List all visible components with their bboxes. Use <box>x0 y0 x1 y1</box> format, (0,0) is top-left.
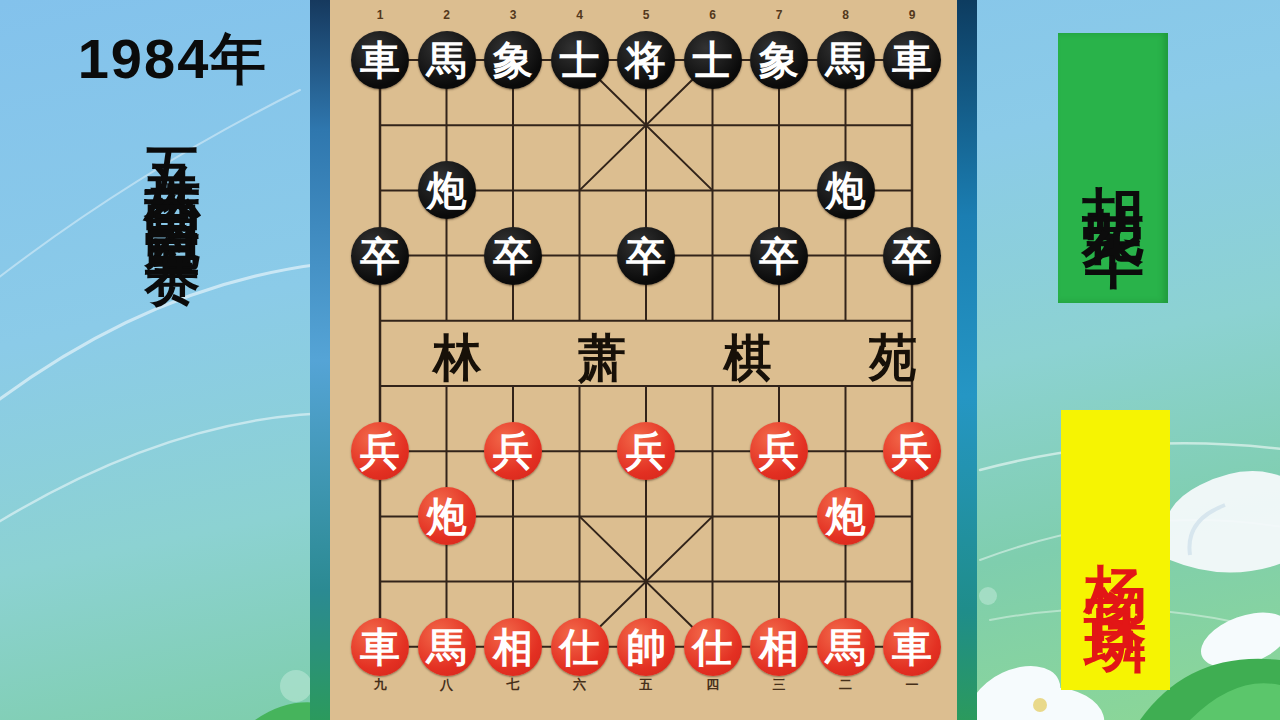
piece-red[interactable]: 相 <box>484 618 542 676</box>
board-cell-5-2[interactable] <box>480 353 547 418</box>
board-cell-0-4[interactable]: 将 <box>613 27 680 92</box>
board-cell-5-6[interactable] <box>746 353 813 418</box>
file-number-top-5: 5 <box>613 8 680 22</box>
board-cell-8-6[interactable] <box>746 549 813 614</box>
event-year: 1984年 <box>78 22 269 98</box>
board-cell-4-5[interactable] <box>679 288 746 353</box>
board-cell-8-0[interactable] <box>347 549 414 614</box>
piece-red[interactable]: 車 <box>351 618 409 676</box>
board-cell-9-4[interactable]: 帥 <box>613 614 680 679</box>
board-cell-0-8[interactable]: 車 <box>879 27 946 92</box>
cloud-decoration <box>1164 471 1280 572</box>
board-cell-4-7[interactable] <box>812 288 879 353</box>
file-numbers-bottom: 九八七六五四三二一 <box>347 676 946 694</box>
file-number-top-8: 8 <box>812 8 879 22</box>
board-frame-left <box>310 0 330 720</box>
board-cell-0-2[interactable]: 象 <box>480 27 547 92</box>
board-cell-1-6[interactable] <box>746 93 813 158</box>
piece-black[interactable]: 卒 <box>351 227 409 285</box>
board-cell-0-3[interactable]: 士 <box>546 27 613 92</box>
stage: 1984年 五羊杯全国冠军赛 <box>0 0 1280 720</box>
board-cell-3-6[interactable]: 卒 <box>746 223 813 288</box>
file-numbers-top: 123456789 <box>347 8 946 22</box>
board-cell-4-8[interactable] <box>879 288 946 353</box>
board-cell-8-5[interactable] <box>679 549 746 614</box>
board-cell-0-0[interactable]: 車 <box>347 27 414 92</box>
board-cell-5-7[interactable] <box>812 353 879 418</box>
board-cell-2-3[interactable] <box>546 158 613 223</box>
piece-black[interactable]: 将 <box>617 31 675 89</box>
board-grid: 車馬象士将士象馬車炮炮卒卒卒卒卒兵兵兵兵兵炮炮車馬相仕帥仕相馬車 <box>347 27 946 679</box>
event-title: 1984年 五羊杯全国冠军赛 <box>48 22 298 684</box>
board-cell-2-2[interactable] <box>480 158 547 223</box>
board-cell-7-1[interactable]: 炮 <box>413 484 480 549</box>
file-number-top-3: 3 <box>480 8 547 22</box>
board-cell-8-2[interactable] <box>480 549 547 614</box>
file-number-bottom-4: 六 <box>546 676 613 694</box>
board-cell-1-0[interactable] <box>347 93 414 158</box>
board-cell-3-4[interactable]: 卒 <box>613 223 680 288</box>
board-cell-7-8[interactable] <box>879 484 946 549</box>
piece-black[interactable]: 卒 <box>883 227 941 285</box>
board-cell-7-5[interactable] <box>679 484 746 549</box>
board-frame-right <box>957 0 977 720</box>
file-number-bottom-3: 七 <box>480 676 547 694</box>
piece-black[interactable]: 車 <box>351 31 409 89</box>
piece-red[interactable]: 炮 <box>817 487 875 545</box>
board-cell-9-6[interactable]: 相 <box>746 614 813 679</box>
piece-black[interactable]: 車 <box>883 31 941 89</box>
board-cell-9-0[interactable]: 車 <box>347 614 414 679</box>
board-cell-9-2[interactable]: 相 <box>480 614 547 679</box>
board-cell-3-1[interactable] <box>413 223 480 288</box>
board-cell-4-3[interactable] <box>546 288 613 353</box>
file-number-top-7: 7 <box>746 8 813 22</box>
player-name-top: 胡荣华 <box>1082 135 1144 201</box>
board-cell-8-1[interactable] <box>413 549 480 614</box>
player-name-bottom: 杨官璘 <box>1085 514 1147 586</box>
board-cell-8-8[interactable] <box>879 549 946 614</box>
board-cell-9-7[interactable]: 馬 <box>812 614 879 679</box>
board-cell-4-1[interactable] <box>413 288 480 353</box>
board-cell-3-7[interactable] <box>812 223 879 288</box>
board-cell-2-1[interactable]: 炮 <box>413 158 480 223</box>
file-number-bottom-6: 四 <box>679 676 746 694</box>
board-cell-9-5[interactable]: 仕 <box>679 614 746 679</box>
xiangqi-board: 123456789 林萧棋苑 車馬象士将士象馬車炮炮卒卒卒卒卒兵兵兵兵兵炮炮車馬… <box>310 0 977 720</box>
piece-black[interactable]: 卒 <box>617 227 675 285</box>
piece-black[interactable]: 士 <box>551 31 609 89</box>
player-label-bottom: 杨官璘 <box>1061 410 1170 690</box>
piece-red[interactable]: 兵 <box>617 422 675 480</box>
board-cell-3-8[interactable]: 卒 <box>879 223 946 288</box>
board-cell-6-5[interactable] <box>679 419 746 484</box>
board-cell-4-6[interactable] <box>746 288 813 353</box>
file-number-bottom-2: 八 <box>413 676 480 694</box>
board-cell-7-3[interactable] <box>546 484 613 549</box>
board-cell-2-0[interactable] <box>347 158 414 223</box>
file-number-bottom-1: 九 <box>347 676 414 694</box>
board-cell-2-8[interactable] <box>879 158 946 223</box>
file-number-top-2: 2 <box>413 8 480 22</box>
file-number-top-9: 9 <box>879 8 946 22</box>
board-cell-6-7[interactable] <box>812 419 879 484</box>
board-cell-5-8[interactable] <box>879 353 946 418</box>
board-cell-2-7[interactable]: 炮 <box>812 158 879 223</box>
board-cell-7-6[interactable] <box>746 484 813 549</box>
board-cell-1-5[interactable] <box>679 93 746 158</box>
board-cell-9-3[interactable]: 仕 <box>546 614 613 679</box>
board-cell-7-0[interactable] <box>347 484 414 549</box>
board-cell-1-4[interactable] <box>613 93 680 158</box>
piece-black[interactable]: 馬 <box>418 31 476 89</box>
board-cell-1-3[interactable] <box>546 93 613 158</box>
piece-red[interactable]: 車 <box>883 618 941 676</box>
event-name-vertical: 五羊杯全国冠军赛 <box>142 104 204 684</box>
board-cell-3-5[interactable] <box>679 223 746 288</box>
file-number-top-6: 6 <box>679 8 746 22</box>
board-cell-0-6[interactable]: 象 <box>746 27 813 92</box>
file-number-bottom-5: 五 <box>613 676 680 694</box>
board-cell-2-5[interactable] <box>679 158 746 223</box>
piece-red[interactable]: 兵 <box>484 422 542 480</box>
file-number-bottom-9: 一 <box>879 676 946 694</box>
piece-red[interactable]: 炮 <box>418 487 476 545</box>
piece-black[interactable]: 炮 <box>817 161 875 219</box>
player-label-top: 胡荣华 <box>1058 33 1168 303</box>
piece-red[interactable]: 馬 <box>817 618 875 676</box>
piece-red[interactable]: 兵 <box>351 422 409 480</box>
board-cell-1-8[interactable] <box>879 93 946 158</box>
piece-red[interactable]: 兵 <box>883 422 941 480</box>
board-cell-2-6[interactable] <box>746 158 813 223</box>
board-cell-0-5[interactable]: 士 <box>679 27 746 92</box>
board-cell-7-7[interactable]: 炮 <box>812 484 879 549</box>
piece-red[interactable]: 仕 <box>551 618 609 676</box>
file-number-top-1: 1 <box>347 8 414 22</box>
board-cell-4-0[interactable] <box>347 288 414 353</box>
board-cell-9-1[interactable]: 馬 <box>413 614 480 679</box>
board-cell-1-2[interactable] <box>480 93 547 158</box>
piece-black[interactable]: 馬 <box>817 31 875 89</box>
piece-red[interactable]: 相 <box>750 618 808 676</box>
piece-black[interactable]: 士 <box>684 31 742 89</box>
piece-black[interactable]: 象 <box>484 31 542 89</box>
board-cell-8-7[interactable] <box>812 549 879 614</box>
piece-black[interactable]: 象 <box>750 31 808 89</box>
board-cell-2-4[interactable] <box>613 158 680 223</box>
file-number-bottom-7: 三 <box>746 676 813 694</box>
board-cell-5-4[interactable] <box>613 353 680 418</box>
board-cell-9-8[interactable]: 車 <box>879 614 946 679</box>
piece-red[interactable]: 仕 <box>684 618 742 676</box>
board-cell-6-8[interactable]: 兵 <box>879 419 946 484</box>
board-cell-8-4[interactable] <box>613 549 680 614</box>
piece-black[interactable]: 炮 <box>418 161 476 219</box>
board-cell-5-5[interactable] <box>679 353 746 418</box>
piece-black[interactable]: 卒 <box>484 227 542 285</box>
board-cell-6-4[interactable]: 兵 <box>613 419 680 484</box>
board-cell-6-6[interactable]: 兵 <box>746 419 813 484</box>
board-cell-3-0[interactable]: 卒 <box>347 223 414 288</box>
board-cell-4-4[interactable] <box>613 288 680 353</box>
board-cell-6-2[interactable]: 兵 <box>480 419 547 484</box>
board-cell-1-1[interactable] <box>413 93 480 158</box>
board-cell-8-3[interactable] <box>546 549 613 614</box>
file-number-bottom-8: 二 <box>812 676 879 694</box>
board-cell-4-2[interactable] <box>480 288 547 353</box>
board-cell-3-3[interactable] <box>546 223 613 288</box>
piece-red[interactable]: 帥 <box>617 618 675 676</box>
board-cell-6-0[interactable]: 兵 <box>347 419 414 484</box>
board-cell-0-1[interactable]: 馬 <box>413 27 480 92</box>
piece-red[interactable]: 兵 <box>750 422 808 480</box>
board-cell-0-7[interactable]: 馬 <box>812 27 879 92</box>
board-cell-6-3[interactable] <box>546 419 613 484</box>
board-cell-5-3[interactable] <box>546 353 613 418</box>
board-cell-3-2[interactable]: 卒 <box>480 223 547 288</box>
piece-red[interactable]: 馬 <box>418 618 476 676</box>
board-cell-7-2[interactable] <box>480 484 547 549</box>
board-surface: 123456789 林萧棋苑 車馬象士将士象馬車炮炮卒卒卒卒卒兵兵兵兵兵炮炮車馬… <box>330 0 957 720</box>
file-number-top-4: 4 <box>546 8 613 22</box>
board-cell-5-1[interactable] <box>413 353 480 418</box>
board-cell-1-7[interactable] <box>812 93 879 158</box>
piece-black[interactable]: 卒 <box>750 227 808 285</box>
board-cell-7-4[interactable] <box>613 484 680 549</box>
board-cell-6-1[interactable] <box>413 419 480 484</box>
board-cell-5-0[interactable] <box>347 353 414 418</box>
